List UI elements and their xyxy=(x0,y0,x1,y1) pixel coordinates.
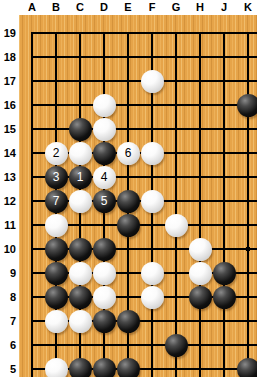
white-stone xyxy=(141,70,164,93)
intersection-G11[interactable] xyxy=(164,213,188,237)
intersection-A19[interactable] xyxy=(20,21,44,45)
intersection-H16[interactable] xyxy=(188,93,212,117)
intersection-C19[interactable] xyxy=(68,21,92,45)
intersection-D19[interactable] xyxy=(92,21,116,45)
intersection-K5[interactable] xyxy=(236,357,257,377)
intersection-C8[interactable] xyxy=(68,285,92,309)
intersection-F13[interactable] xyxy=(140,165,164,189)
intersection-B6[interactable] xyxy=(44,333,68,357)
intersection-A12[interactable] xyxy=(20,189,44,213)
black-stone xyxy=(117,214,140,237)
intersection-G13[interactable] xyxy=(164,165,188,189)
intersection-B5[interactable] xyxy=(44,357,68,377)
white-stone xyxy=(141,142,164,165)
intersection-D15[interactable] xyxy=(92,117,116,141)
intersection-K8[interactable] xyxy=(236,285,257,309)
intersection-G18[interactable] xyxy=(164,45,188,69)
white-stone xyxy=(45,310,68,333)
intersection-C10[interactable] xyxy=(68,237,92,261)
intersection-A11[interactable] xyxy=(20,213,44,237)
row-label-6: 6 xyxy=(0,338,16,353)
intersection-C7[interactable] xyxy=(68,309,92,333)
intersection-B12[interactable]: 7 xyxy=(44,189,68,213)
black-stone xyxy=(69,238,92,261)
black-stone xyxy=(189,286,212,309)
intersection-K9[interactable] xyxy=(236,261,257,285)
intersection-K12[interactable] xyxy=(236,189,257,213)
black-stone xyxy=(69,358,92,377)
black-stone xyxy=(93,238,116,261)
go-board-grid: 2631475 xyxy=(20,21,257,377)
intersection-C16[interactable] xyxy=(68,93,92,117)
row-label-5: 5 xyxy=(0,362,16,377)
intersection-A6[interactable] xyxy=(20,333,44,357)
intersection-B14[interactable]: 2 xyxy=(44,141,68,165)
intersection-J13[interactable] xyxy=(212,165,236,189)
intersection-D10[interactable] xyxy=(92,237,116,261)
black-stone xyxy=(45,286,68,309)
intersection-G10[interactable] xyxy=(164,237,188,261)
intersection-J5[interactable] xyxy=(212,357,236,377)
intersection-B17[interactable] xyxy=(44,69,68,93)
intersection-D18[interactable] xyxy=(92,45,116,69)
intersection-B19[interactable] xyxy=(44,21,68,45)
row-label-17: 17 xyxy=(0,74,16,89)
intersection-A5[interactable] xyxy=(20,357,44,377)
intersection-D12[interactable]: 5 xyxy=(92,189,116,213)
intersection-H7[interactable] xyxy=(188,309,212,333)
intersection-B10[interactable] xyxy=(44,237,68,261)
row-label-14: 14 xyxy=(0,146,16,161)
white-stone xyxy=(189,238,212,261)
white-stone xyxy=(189,262,212,285)
black-stone-move-5: 5 xyxy=(93,190,116,213)
intersection-H19[interactable] xyxy=(188,21,212,45)
intersection-F17[interactable] xyxy=(140,69,164,93)
col-label-F: F xyxy=(140,0,164,15)
intersection-E5[interactable] xyxy=(116,357,140,377)
intersection-H13[interactable] xyxy=(188,165,212,189)
col-label-C: C xyxy=(68,0,92,15)
star-point-K10 xyxy=(246,247,250,251)
intersection-D5[interactable] xyxy=(92,357,116,377)
intersection-J19[interactable] xyxy=(212,21,236,45)
white-stone-move-2: 2 xyxy=(45,142,68,165)
black-stone xyxy=(213,286,236,309)
intersection-B8[interactable] xyxy=(44,285,68,309)
intersection-C17[interactable] xyxy=(68,69,92,93)
intersection-D9[interactable] xyxy=(92,261,116,285)
intersection-K11[interactable] xyxy=(236,213,257,237)
intersection-H12[interactable] xyxy=(188,189,212,213)
intersection-H18[interactable] xyxy=(188,45,212,69)
intersection-D7[interactable] xyxy=(92,309,116,333)
intersection-E19[interactable] xyxy=(116,21,140,45)
intersection-H14[interactable] xyxy=(188,141,212,165)
intersection-C15[interactable] xyxy=(68,117,92,141)
intersection-G6[interactable] xyxy=(164,333,188,357)
intersection-D16[interactable] xyxy=(92,93,116,117)
col-label-B: B xyxy=(44,0,68,15)
intersection-G5[interactable] xyxy=(164,357,188,377)
intersection-K6[interactable] xyxy=(236,333,257,357)
black-stone xyxy=(213,262,236,285)
intersection-D17[interactable] xyxy=(92,69,116,93)
intersection-F8[interactable] xyxy=(140,285,164,309)
intersection-B18[interactable] xyxy=(44,45,68,69)
intersection-B16[interactable] xyxy=(44,93,68,117)
intersection-B7[interactable] xyxy=(44,309,68,333)
intersection-A18[interactable] xyxy=(20,45,44,69)
intersection-F11[interactable] xyxy=(140,213,164,237)
intersection-C11[interactable] xyxy=(68,213,92,237)
black-stone xyxy=(93,310,116,333)
black-stone xyxy=(93,358,116,377)
intersection-K18[interactable] xyxy=(236,45,257,69)
intersection-J12[interactable] xyxy=(212,189,236,213)
black-stone xyxy=(117,190,140,213)
col-label-H: H xyxy=(188,0,212,15)
intersection-A15[interactable] xyxy=(20,117,44,141)
intersection-C9[interactable] xyxy=(68,261,92,285)
intersection-F12[interactable] xyxy=(140,189,164,213)
white-stone xyxy=(165,214,188,237)
white-stone xyxy=(69,262,92,285)
intersection-J8[interactable] xyxy=(212,285,236,309)
white-stone xyxy=(141,286,164,309)
intersection-E13[interactable] xyxy=(116,165,140,189)
intersection-F7[interactable] xyxy=(140,309,164,333)
white-stone xyxy=(69,142,92,165)
go-board-screen: ABCDEFGHJK 1918171615141312111098765 263… xyxy=(0,0,257,377)
intersection-A7[interactable] xyxy=(20,309,44,333)
intersection-E12[interactable] xyxy=(116,189,140,213)
intersection-F5[interactable] xyxy=(140,357,164,377)
intersection-J6[interactable] xyxy=(212,333,236,357)
black-stone xyxy=(237,358,258,377)
col-label-A: A xyxy=(20,0,44,15)
black-stone-move-7: 7 xyxy=(45,190,68,213)
intersection-F9[interactable] xyxy=(140,261,164,285)
intersection-E9[interactable] xyxy=(116,261,140,285)
intersection-G9[interactable] xyxy=(164,261,188,285)
intersection-D13[interactable]: 4 xyxy=(92,165,116,189)
white-stone-move-4: 4 xyxy=(93,166,116,189)
intersection-C14[interactable] xyxy=(68,141,92,165)
intersection-G14[interactable] xyxy=(164,141,188,165)
intersection-D8[interactable] xyxy=(92,285,116,309)
intersection-E15[interactable] xyxy=(116,117,140,141)
white-stone xyxy=(69,310,92,333)
row-label-13: 13 xyxy=(0,170,16,185)
intersection-K14[interactable] xyxy=(236,141,257,165)
black-stone-move-1: 1 xyxy=(69,166,92,189)
intersection-B11[interactable] xyxy=(44,213,68,237)
row-label-8: 8 xyxy=(0,290,16,305)
white-stone xyxy=(45,358,68,377)
intersection-K15[interactable] xyxy=(236,117,257,141)
intersection-B13[interactable]: 3 xyxy=(44,165,68,189)
intersection-H17[interactable] xyxy=(188,69,212,93)
intersection-D14[interactable] xyxy=(92,141,116,165)
row-label-18: 18 xyxy=(0,50,16,65)
intersection-C12[interactable] xyxy=(68,189,92,213)
intersection-E10[interactable] xyxy=(116,237,140,261)
row-label-15: 15 xyxy=(0,122,16,137)
intersection-A14[interactable] xyxy=(20,141,44,165)
intersection-B9[interactable] xyxy=(44,261,68,285)
intersection-A16[interactable] xyxy=(20,93,44,117)
white-stone xyxy=(141,262,164,285)
row-label-12: 12 xyxy=(0,194,16,209)
intersection-K10[interactable] xyxy=(236,237,257,261)
intersection-C13[interactable]: 1 xyxy=(68,165,92,189)
intersection-E6[interactable] xyxy=(116,333,140,357)
intersection-F14[interactable] xyxy=(140,141,164,165)
black-stone xyxy=(45,262,68,285)
black-stone xyxy=(93,142,116,165)
intersection-J7[interactable] xyxy=(212,309,236,333)
col-label-J: J xyxy=(212,0,236,15)
black-stone xyxy=(69,286,92,309)
black-stone-move-3: 3 xyxy=(45,166,68,189)
intersection-K16[interactable] xyxy=(236,93,257,117)
intersection-F6[interactable] xyxy=(140,333,164,357)
intersection-C6[interactable] xyxy=(68,333,92,357)
intersection-D11[interactable] xyxy=(92,213,116,237)
intersection-H11[interactable] xyxy=(188,213,212,237)
intersection-A8[interactable] xyxy=(20,285,44,309)
intersection-F10[interactable] xyxy=(140,237,164,261)
black-stone xyxy=(117,358,140,377)
white-stone xyxy=(93,94,116,117)
intersection-K7[interactable] xyxy=(236,309,257,333)
intersection-A9[interactable] xyxy=(20,261,44,285)
row-label-16: 16 xyxy=(0,98,16,113)
intersection-J17[interactable] xyxy=(212,69,236,93)
intersection-H6[interactable] xyxy=(188,333,212,357)
row-label-10: 10 xyxy=(0,242,16,257)
intersection-G19[interactable] xyxy=(164,21,188,45)
intersection-E7[interactable] xyxy=(116,309,140,333)
intersection-D6[interactable] xyxy=(92,333,116,357)
intersection-C18[interactable] xyxy=(68,45,92,69)
intersection-F18[interactable] xyxy=(140,45,164,69)
white-stone xyxy=(69,190,92,213)
intersection-J11[interactable] xyxy=(212,213,236,237)
row-label-7: 7 xyxy=(0,314,16,329)
intersection-J15[interactable] xyxy=(212,117,236,141)
intersection-H8[interactable] xyxy=(188,285,212,309)
black-stone xyxy=(69,118,92,141)
black-stone xyxy=(45,238,68,261)
col-label-E: E xyxy=(116,0,140,15)
white-stone xyxy=(93,118,116,141)
intersection-K19[interactable] xyxy=(236,21,257,45)
white-stone-move-6: 6 xyxy=(117,142,140,165)
intersection-H15[interactable] xyxy=(188,117,212,141)
intersection-E8[interactable] xyxy=(116,285,140,309)
intersection-G8[interactable] xyxy=(164,285,188,309)
intersection-G15[interactable] xyxy=(164,117,188,141)
row-label-19: 19 xyxy=(0,26,16,41)
black-stone xyxy=(165,334,188,357)
intersection-G17[interactable] xyxy=(164,69,188,93)
intersection-F16[interactable] xyxy=(140,93,164,117)
intersection-E14[interactable]: 6 xyxy=(116,141,140,165)
intersection-J18[interactable] xyxy=(212,45,236,69)
intersection-E17[interactable] xyxy=(116,69,140,93)
intersection-F15[interactable] xyxy=(140,117,164,141)
intersection-G7[interactable] xyxy=(164,309,188,333)
intersection-C5[interactable] xyxy=(68,357,92,377)
intersection-B15[interactable] xyxy=(44,117,68,141)
col-label-G: G xyxy=(164,0,188,15)
black-stone xyxy=(117,310,140,333)
intersection-K13[interactable] xyxy=(236,165,257,189)
intersection-G12[interactable] xyxy=(164,189,188,213)
intersection-J10[interactable] xyxy=(212,237,236,261)
intersection-G16[interactable] xyxy=(164,93,188,117)
intersection-J9[interactable] xyxy=(212,261,236,285)
col-label-K: K xyxy=(236,0,257,15)
intersection-E11[interactable] xyxy=(116,213,140,237)
intersection-K17[interactable] xyxy=(236,69,257,93)
intersection-H9[interactable] xyxy=(188,261,212,285)
intersection-F19[interactable] xyxy=(140,21,164,45)
intersection-H10[interactable] xyxy=(188,237,212,261)
row-label-11: 11 xyxy=(0,218,16,233)
intersection-E18[interactable] xyxy=(116,45,140,69)
white-stone xyxy=(93,262,116,285)
intersection-A13[interactable] xyxy=(20,165,44,189)
row-label-9: 9 xyxy=(0,266,16,281)
white-stone xyxy=(141,190,164,213)
intersection-J16[interactable] xyxy=(212,93,236,117)
intersection-H5[interactable] xyxy=(188,357,212,377)
white-stone xyxy=(45,214,68,237)
intersection-E16[interactable] xyxy=(116,93,140,117)
intersection-J14[interactable] xyxy=(212,141,236,165)
black-stone xyxy=(237,94,258,117)
col-label-D: D xyxy=(92,0,116,15)
white-stone xyxy=(93,286,116,309)
intersection-A10[interactable] xyxy=(20,237,44,261)
intersection-A17[interactable] xyxy=(20,69,44,93)
